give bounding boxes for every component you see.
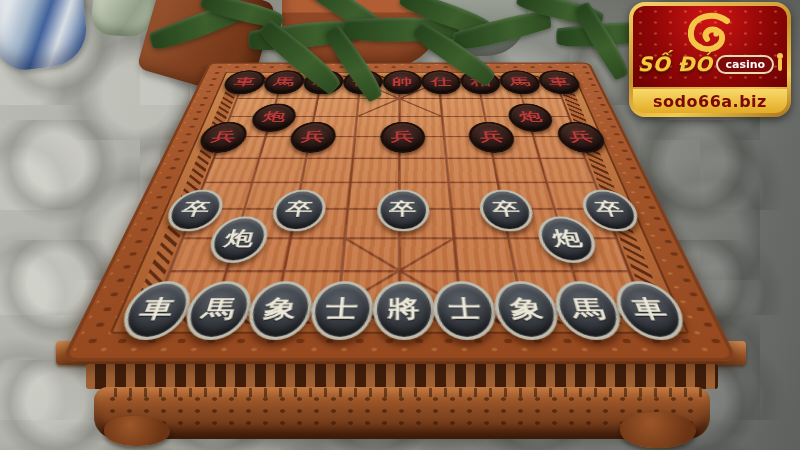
- piece-glyph: 卒: [389, 201, 416, 218]
- piece-glyph: 帥: [392, 77, 413, 87]
- piece-glyph: 卒: [284, 201, 314, 218]
- piece-glyph: 兵: [391, 130, 415, 142]
- xiangqi-piece-white: 炮: [534, 217, 603, 263]
- brand-text: SỐ ĐỎ: [638, 52, 713, 76]
- xiangqi-piece-red: 帥: [382, 70, 423, 94]
- piece-glyph: 仕: [431, 77, 452, 87]
- piece-glyph: 馬: [199, 297, 238, 321]
- site-url: sodo66a.biz: [633, 89, 787, 113]
- piece-glyph: 將: [387, 297, 420, 321]
- piece-glyph: 兵: [300, 130, 326, 142]
- piece-glyph: 馬: [508, 77, 531, 87]
- xiangqi-piece-red: 炮: [505, 103, 556, 131]
- swirl-icon: [677, 9, 743, 55]
- carved-dentil-band: [86, 364, 718, 389]
- piece-glyph: 炮: [550, 229, 584, 248]
- xiangqi-piece-red: 兵: [379, 122, 425, 153]
- piece-glyph: 卒: [593, 201, 627, 218]
- piece-glyph: 車: [629, 297, 670, 321]
- piece-glyph: 炮: [222, 229, 256, 248]
- piece-glyph: 兵: [210, 130, 238, 142]
- xiangqi-piece-white: 卒: [268, 189, 328, 231]
- slot-lever-icon: [778, 58, 782, 71]
- piece-glyph: 士: [325, 297, 359, 321]
- xiangqi-piece-white: 卒: [477, 189, 537, 231]
- casino-badge: casino: [716, 55, 774, 74]
- logo-red-panel: SỐ ĐỎ casino: [633, 6, 787, 87]
- xiangqi-piece-red: 兵: [467, 122, 518, 153]
- piece-glyph: 卒: [179, 201, 212, 218]
- piece-glyph: 炮: [261, 111, 287, 122]
- piece-glyph: 兵: [479, 130, 505, 142]
- xiangqi-piece-red: 兵: [287, 122, 338, 153]
- piece-glyph: 士: [448, 297, 483, 321]
- piece-glyph: 車: [233, 77, 257, 87]
- xiangqi-piece-white: 炮: [204, 217, 272, 263]
- piece-glyph: 炮: [517, 111, 543, 122]
- piece-glyph: 車: [137, 297, 178, 321]
- sodo-casino-logo[interactable]: SỐ ĐỎ casino sodo66a.biz: [629, 2, 791, 117]
- xiangqi-piece-red: 炮: [248, 103, 299, 131]
- piece-glyph: 兵: [567, 130, 595, 142]
- carved-base-skirt: [94, 387, 710, 439]
- table-foot-right: [620, 412, 696, 448]
- table-foot-left: [104, 416, 170, 446]
- photo-scene: 車馬相仕帥仕相馬車炮炮兵兵兵兵兵卒卒卒卒卒炮炮車馬象士將士象馬車 SỐ ĐỎ c…: [0, 0, 800, 450]
- piece-glyph: 馬: [568, 297, 607, 321]
- piece-glyph: 象: [262, 297, 299, 321]
- piece-glyph: 卒: [491, 201, 521, 218]
- piece-glyph: 馬: [272, 77, 295, 87]
- xiangqi-piece-white: 卒: [376, 189, 430, 231]
- piece-glyph: 車: [547, 77, 571, 87]
- piece-glyph: 象: [508, 297, 545, 321]
